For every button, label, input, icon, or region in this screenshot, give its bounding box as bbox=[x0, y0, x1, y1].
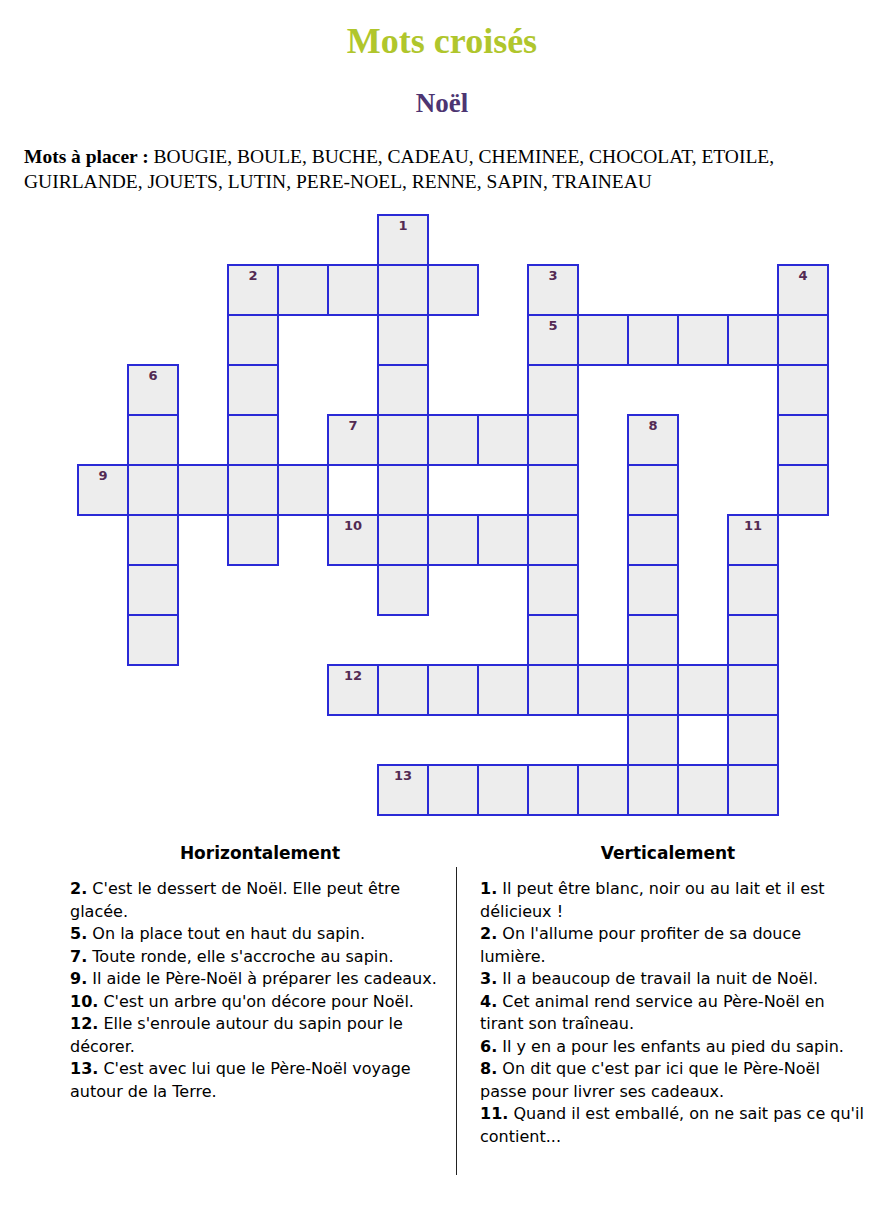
clues-across-list: 2. C'est le dessert de Noël. Elle peut ê… bbox=[60, 878, 450, 1103]
grid-cell-r11c7[interactable] bbox=[427, 764, 479, 816]
down-clue-num: 8. bbox=[480, 1059, 497, 1078]
grid-cell-r2c3[interactable] bbox=[227, 314, 279, 366]
grid-cell-r1c3[interactable]: 2 bbox=[227, 264, 279, 316]
grid-cell-r5c6[interactable] bbox=[377, 464, 429, 516]
grid-cell-r6c11[interactable] bbox=[627, 514, 679, 566]
grid-cell-r4c8[interactable] bbox=[477, 414, 529, 466]
across-clue-5: 5. On la place tout en haut du sapin. bbox=[70, 923, 450, 946]
grid-cell-r1c7[interactable] bbox=[427, 264, 479, 316]
across-clue-12: 12. Elle s'enroule autour du sapin pour … bbox=[70, 1013, 450, 1058]
grid-cell-r8c11[interactable] bbox=[627, 614, 679, 666]
grid-cell-r4c5[interactable]: 7 bbox=[327, 414, 379, 466]
down-clue-11: 11. Quand il est emballé, on ne sait pas… bbox=[480, 1103, 866, 1148]
grid-cell-r5c9[interactable] bbox=[527, 464, 579, 516]
clue-number-13: 13 bbox=[379, 766, 427, 783]
grid-cell-r11c8[interactable] bbox=[477, 764, 529, 816]
across-clue-num: 2. bbox=[70, 879, 87, 898]
clues-down: Verticalement 1. Il peut être blanc, noi… bbox=[470, 843, 866, 1148]
grid-cell-r6c1[interactable] bbox=[127, 514, 179, 566]
grid-cell-r3c14[interactable] bbox=[777, 364, 829, 416]
grid-cell-r2c10[interactable] bbox=[577, 314, 629, 366]
grid-cell-r4c11[interactable]: 8 bbox=[627, 414, 679, 466]
grid-cell-r7c13[interactable] bbox=[727, 564, 779, 616]
grid-cell-r11c13[interactable] bbox=[727, 764, 779, 816]
page-subtitle: Noël bbox=[0, 88, 884, 119]
grid-cell-r4c3[interactable] bbox=[227, 414, 279, 466]
grid-cell-r9c7[interactable] bbox=[427, 664, 479, 716]
grid-cell-r9c5[interactable]: 12 bbox=[327, 664, 379, 716]
clue-number-7: 7 bbox=[329, 416, 377, 433]
grid-cell-r3c3[interactable] bbox=[227, 364, 279, 416]
grid-cell-r4c1[interactable] bbox=[127, 414, 179, 466]
across-clue-num: 5. bbox=[70, 924, 87, 943]
across-clue-2: 2. C'est le dessert de Noël. Elle peut ê… bbox=[70, 878, 450, 923]
clue-number-10: 10 bbox=[329, 516, 377, 533]
grid-cell-r1c9[interactable]: 3 bbox=[527, 264, 579, 316]
grid-cell-r6c5[interactable]: 10 bbox=[327, 514, 379, 566]
grid-cell-r2c11[interactable] bbox=[627, 314, 679, 366]
grid-cell-r6c6[interactable] bbox=[377, 514, 429, 566]
down-clue-num: 2. bbox=[480, 924, 497, 943]
grid-cell-r6c9[interactable] bbox=[527, 514, 579, 566]
clue-number-11: 11 bbox=[729, 516, 777, 533]
grid-cell-r11c11[interactable] bbox=[627, 764, 679, 816]
grid-cell-r10c13[interactable] bbox=[727, 714, 779, 766]
down-clue-num: 1. bbox=[480, 879, 497, 898]
grid-cell-r10c11[interactable] bbox=[627, 714, 679, 766]
grid-cell-r8c1[interactable] bbox=[127, 614, 179, 666]
grid-cell-r7c1[interactable] bbox=[127, 564, 179, 616]
grid-cell-r6c13[interactable]: 11 bbox=[727, 514, 779, 566]
grid-cell-r5c11[interactable] bbox=[627, 464, 679, 516]
grid-cell-r2c6[interactable] bbox=[377, 314, 429, 366]
grid-cell-r11c12[interactable] bbox=[677, 764, 729, 816]
down-clue-4: 4. Cet animal rend service au Père-Noël … bbox=[480, 991, 866, 1036]
grid-cell-r9c10[interactable] bbox=[577, 664, 629, 716]
grid-cell-r1c5[interactable] bbox=[327, 264, 379, 316]
across-clue-num: 7. bbox=[70, 947, 87, 966]
down-clue-8: 8. On dit que c'est par ici que le Père-… bbox=[480, 1058, 866, 1103]
grid-cell-r0c6[interactable]: 1 bbox=[377, 214, 429, 266]
clues-across: Horizontalement 2. C'est le dessert de N… bbox=[60, 843, 450, 1103]
clue-number-1: 1 bbox=[379, 216, 427, 233]
grid-cell-r2c14[interactable] bbox=[777, 314, 829, 366]
grid-cell-r6c7[interactable] bbox=[427, 514, 479, 566]
across-clue-10: 10. C'est un arbre qu'on décore pour Noë… bbox=[70, 991, 450, 1014]
across-clue-num: 9. bbox=[70, 969, 87, 988]
clues-section: Horizontalement 2. C'est le dessert de N… bbox=[0, 843, 884, 1183]
grid-cell-r8c9[interactable] bbox=[527, 614, 579, 666]
grid-cell-r1c6[interactable] bbox=[377, 264, 429, 316]
grid-cell-r2c12[interactable] bbox=[677, 314, 729, 366]
grid-cell-r4c14[interactable] bbox=[777, 414, 829, 466]
down-clue-3: 3. Il a beaucoup de travail la nuit de N… bbox=[480, 968, 866, 991]
grid-cell-r11c6[interactable]: 13 bbox=[377, 764, 429, 816]
grid-cell-r7c9[interactable] bbox=[527, 564, 579, 616]
grid-cell-r7c6[interactable] bbox=[377, 564, 429, 616]
grid-cell-r5c3[interactable] bbox=[227, 464, 279, 516]
clue-number-8: 8 bbox=[629, 416, 677, 433]
grid-cell-r5c4[interactable] bbox=[277, 464, 329, 516]
clue-number-4: 4 bbox=[779, 266, 827, 283]
grid-cell-r3c1[interactable]: 6 bbox=[127, 364, 179, 416]
grid-cell-r5c0[interactable]: 9 bbox=[77, 464, 129, 516]
grid-cell-r8c13[interactable] bbox=[727, 614, 779, 666]
grid-cell-r6c3[interactable] bbox=[227, 514, 279, 566]
across-clue-9: 9. Il aide le Père-Noël à préparer les c… bbox=[70, 968, 450, 991]
down-clue-num: 6. bbox=[480, 1037, 497, 1056]
grid-cell-r9c13[interactable] bbox=[727, 664, 779, 716]
grid-cell-r4c7[interactable] bbox=[427, 414, 479, 466]
grid-cell-r2c9[interactable]: 5 bbox=[527, 314, 579, 366]
grid-cell-r5c2[interactable] bbox=[177, 464, 229, 516]
across-clue-13: 13. C'est avec lui que le Père-Noël voya… bbox=[70, 1058, 450, 1103]
word-bank: Mots à placer : BOUGIE, BOULE, BUCHE, CA… bbox=[24, 144, 862, 194]
across-clue-num: 10. bbox=[70, 992, 98, 1011]
clue-number-3: 3 bbox=[529, 266, 577, 283]
clues-divider bbox=[456, 867, 457, 1175]
grid-cell-r9c9[interactable] bbox=[527, 664, 579, 716]
across-clue-7: 7. Toute ronde, elle s'accroche au sapin… bbox=[70, 946, 450, 969]
grid-cell-r3c9[interactable] bbox=[527, 364, 579, 416]
page-title: Mots croisés bbox=[0, 20, 884, 62]
clues-across-title: Horizontalement bbox=[70, 843, 450, 863]
grid-cell-r5c1[interactable] bbox=[127, 464, 179, 516]
grid-cell-r2c13[interactable] bbox=[727, 314, 779, 366]
grid-cell-r9c11[interactable] bbox=[627, 664, 679, 716]
grid-cell-r4c9[interactable] bbox=[527, 414, 579, 466]
down-clue-6: 6. Il y en a pour les enfants au pied du… bbox=[480, 1036, 866, 1059]
grid-cell-r5c14[interactable] bbox=[777, 464, 829, 516]
clues-down-list: 1. Il peut être blanc, noir ou au lait e… bbox=[470, 878, 866, 1148]
clue-number-2: 2 bbox=[229, 266, 277, 283]
clue-number-9: 9 bbox=[79, 466, 127, 483]
grid-cell-r7c11[interactable] bbox=[627, 564, 679, 616]
clue-number-6: 6 bbox=[129, 366, 177, 383]
grid-cell-r4c6[interactable] bbox=[377, 414, 429, 466]
across-clue-num: 12. bbox=[70, 1014, 98, 1033]
grid-cell-r9c6[interactable] bbox=[377, 664, 429, 716]
grid-cell-r1c14[interactable]: 4 bbox=[777, 264, 829, 316]
down-clue-num: 4. bbox=[480, 992, 497, 1011]
across-clue-num: 13. bbox=[70, 1059, 98, 1078]
word-bank-label: Mots à placer : bbox=[24, 146, 149, 167]
crossword-grid: 12345678910111213 bbox=[77, 214, 829, 816]
grid-cell-r3c6[interactable] bbox=[377, 364, 429, 416]
down-clue-num: 3. bbox=[480, 969, 497, 988]
grid-cell-r9c12[interactable] bbox=[677, 664, 729, 716]
grid-cell-r9c8[interactable] bbox=[477, 664, 529, 716]
grid-cell-r1c4[interactable] bbox=[277, 264, 329, 316]
grid-cell-r11c10[interactable] bbox=[577, 764, 629, 816]
down-clue-num: 11. bbox=[480, 1104, 508, 1123]
clues-down-title: Verticalement bbox=[470, 843, 866, 863]
grid-cell-r6c8[interactable] bbox=[477, 514, 529, 566]
clue-number-12: 12 bbox=[329, 666, 377, 683]
clue-number-5: 5 bbox=[529, 316, 577, 333]
down-clue-1: 1. Il peut être blanc, noir ou au lait e… bbox=[480, 878, 866, 923]
down-clue-2: 2. On l'allume pour profiter de sa douce… bbox=[480, 923, 866, 968]
grid-cell-r11c9[interactable] bbox=[527, 764, 579, 816]
